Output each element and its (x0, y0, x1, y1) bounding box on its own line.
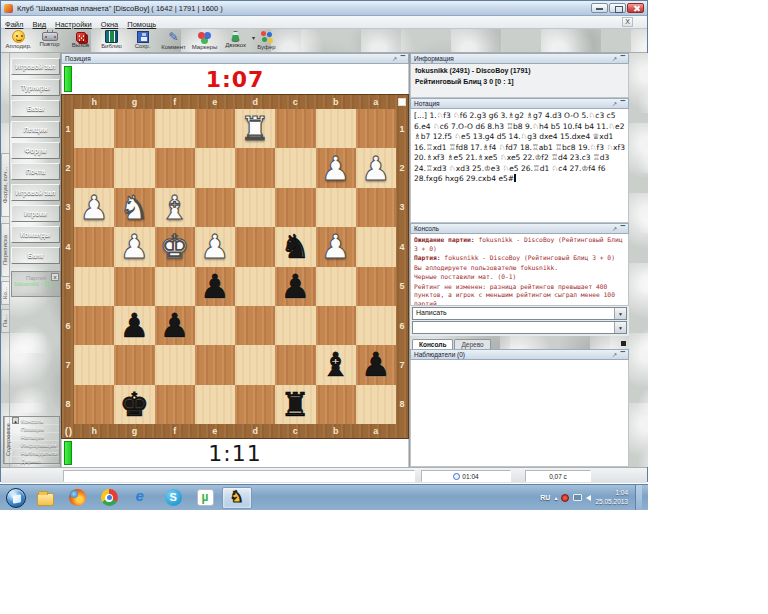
popout-icon[interactable]: ↗ (392, 56, 397, 62)
window-edge (629, 53, 648, 467)
rank-label-6: 6 (62, 306, 74, 345)
sidebar-buttons: Игровой залТурнирыБазыЛекцииФорумПочтаИг… (11, 58, 60, 268)
collapse-icon[interactable]: ▔ (620, 226, 625, 232)
sidebar-item[interactable]: Игровой зал (11, 58, 60, 75)
toolbar-button[interactable]: ✎Коммент (158, 30, 189, 50)
taskbar-time: 1:04 (595, 489, 628, 497)
flip-board-icon[interactable]: ( ) (65, 426, 71, 437)
info-panel-header: Информация ↗▔ (410, 53, 629, 64)
close-button[interactable] (627, 3, 644, 13)
status-move-time: 0,07 с (525, 470, 591, 482)
sidebar-item[interactable]: Лекции (11, 121, 60, 138)
square-f2[interactable] (155, 148, 195, 187)
rank-label-5: 5 (396, 267, 408, 306)
console-text: fokusnikk - DiscoBoy (Рейтинговый Блиц 3… (441, 254, 615, 261)
b-pawn-c5: ♟ (281, 270, 311, 303)
square-h2[interactable] (74, 148, 114, 187)
taskbar-clock[interactable]: 1:04 25.05.2013 (595, 489, 628, 506)
square-a3[interactable] (356, 188, 396, 227)
rank-label-8: 8 (62, 385, 74, 424)
utorrent-taskbar-button[interactable] (190, 487, 220, 509)
right-panel: Информация ↗▔ fokusnikk (2491) - DiscoBo… (409, 53, 629, 467)
main-area: Форум, поч...ПерепискаКо...Па...Игровой … (1, 53, 647, 467)
sidebar: Форум, поч...ПерепискаКо...Па...Игровой … (1, 53, 61, 467)
skype-taskbar-button[interactable] (158, 487, 188, 509)
language-indicator[interactable]: RU (540, 494, 550, 501)
square-e6[interactable] (195, 306, 235, 345)
b-rook-c8: ♜ (281, 388, 311, 421)
square-d4[interactable] (235, 227, 275, 266)
file-label-h: h (74, 95, 114, 109)
status-timer-value: 01:04 (462, 473, 478, 480)
square-a2[interactable]: ♟ (356, 148, 396, 187)
square-e1[interactable] (195, 109, 235, 148)
rank-label-3: 3 (62, 188, 74, 227)
square-b4[interactable]: ♟ (316, 227, 356, 266)
popout-icon[interactable]: ↗ (612, 226, 617, 232)
board-corner (396, 95, 408, 109)
side-tab[interactable]: Форум, поч... (1, 153, 10, 217)
square-h6[interactable] (74, 306, 114, 345)
sidebar-side-tabs: Форум, поч...ПерепискаКо...Па... (1, 53, 10, 467)
sidebar-item[interactable]: Турниры (11, 79, 60, 96)
square-a1[interactable] (356, 109, 396, 148)
square-d5[interactable] (235, 267, 275, 306)
square-g1[interactable] (114, 109, 154, 148)
square-d3[interactable] (235, 188, 275, 227)
notation-panel-header: Нотация ↗▔ (410, 98, 629, 109)
square-f8[interactable] (155, 385, 195, 424)
chat-input-secondary[interactable] (412, 321, 627, 334)
file-label-a: a (356, 95, 396, 109)
console-line: Ожидание партии: fokusnikk - DiscoBoy (Р… (414, 236, 625, 253)
rank-label-2: 2 (396, 148, 408, 187)
chat-input[interactable]: Написать (412, 307, 627, 320)
square-a7[interactable]: ♟ (356, 345, 396, 384)
bottom-clock-area: 1:11 (61, 439, 409, 467)
sidebar-item[interactable]: Команды (11, 226, 60, 243)
square-g6[interactable]: ♟ (114, 306, 154, 345)
console-line: Вы аплодируете пользователю fokusnikk. (414, 264, 625, 273)
console-text: Вы аплодируете пользователю fokusnikk. (414, 264, 558, 271)
tray-alert-icon[interactable] (561, 494, 569, 502)
w-pawn-a2: ♟ (361, 152, 391, 185)
rank-label-1: 1 (62, 109, 74, 148)
square-c7[interactable] (275, 345, 315, 384)
w-pawn-b4: ♟ (321, 230, 351, 263)
square-e4[interactable]: ♟ (195, 227, 235, 266)
status-timer: 01:04 (421, 470, 511, 482)
menu-item[interactable]: Помощь (127, 20, 156, 29)
w-pawn-g4: ♟ (120, 230, 150, 263)
chat-input-value: Написать (416, 309, 447, 316)
file-label-d: d (235, 424, 275, 438)
console-line: Рейтинг не изменен: разница рейтингов пр… (414, 283, 625, 307)
rank-label-2: 2 (62, 148, 74, 187)
square-c3[interactable] (275, 188, 315, 227)
square-e2[interactable] (195, 148, 235, 187)
collapse-icon[interactable]: ▔ (620, 352, 625, 358)
b-pawn-f6: ♟ (160, 309, 190, 342)
square-f7[interactable] (155, 345, 195, 384)
toolbar-button[interactable]: Вызов (65, 30, 96, 48)
chevron-down-icon[interactable] (614, 322, 626, 333)
sidebar-item[interactable]: Игровой зал (11, 184, 60, 201)
collapse-icon[interactable]: ▔ (400, 56, 405, 62)
tab-overflow-icon[interactable] (621, 341, 626, 346)
console-line: Черные поставили мат. (0-1) (414, 273, 625, 282)
popout-icon[interactable]: ↗ (612, 352, 617, 358)
square-c1[interactable] (275, 109, 315, 148)
square-e5[interactable]: ♟ (195, 267, 235, 306)
contents-item[interactable]: Наблюдатели (12, 449, 59, 457)
side-tab[interactable]: Па... (1, 309, 10, 333)
file-label-a: a (356, 424, 396, 438)
chess-app-taskbar-button[interactable] (222, 487, 252, 509)
screen: Клуб "Шахматная планета" [DiscoBoy] ( 16… (0, 0, 768, 614)
notation-panel-title: Нотация (414, 100, 440, 107)
chess-board: hgfedcba1♜12♟♟23♟♞♝34♟♚♟♞♟45♟♟56♟♟67♝♟78… (61, 94, 409, 439)
toolbar-button-label: Сохр. (127, 43, 158, 49)
square-a6[interactable] (356, 306, 396, 345)
utorrent-icon (197, 489, 214, 506)
square-g7[interactable] (114, 345, 154, 384)
w-rook-d1: ♜ (240, 112, 270, 145)
menubar-close-button[interactable]: X (622, 17, 633, 27)
tab-console[interactable]: Консоль (412, 339, 453, 349)
square-e7[interactable] (195, 345, 235, 384)
chevron-down-icon[interactable] (614, 308, 626, 319)
system-tray: RU ▴ 1:04 25.05.2013 (540, 485, 646, 510)
clock-icon (453, 473, 460, 480)
minimize-button[interactable] (591, 3, 608, 13)
info-panel-title: Информация (414, 55, 454, 62)
rank-label-8: 8 (396, 385, 408, 424)
chess-app-icon (229, 489, 246, 506)
w-king-f4: ♚ (160, 230, 190, 263)
b-pawn-g6: ♟ (120, 309, 150, 342)
taskbar-date: 25.05.2013 (595, 498, 628, 506)
console-text: Партия: (414, 254, 441, 261)
contents-item[interactable]: Позиция (12, 425, 59, 433)
console-line: Партия: fokusnikk - DiscoBoy (Рейтинговы… (414, 254, 625, 263)
rank-label-7: 7 (62, 345, 74, 384)
ie-taskbar-button[interactable] (126, 487, 156, 509)
rank-label-6: 6 (396, 306, 408, 345)
popout-icon[interactable]: ↗ (612, 56, 617, 62)
square-f5[interactable] (155, 267, 195, 306)
console-panel-header: Консоль ↗▔ (410, 223, 629, 234)
contents-box: Содержимое▴КонсольПозицияНотацияИнформац… (3, 416, 60, 464)
square-e3[interactable] (195, 188, 235, 227)
square-d8[interactable] (235, 385, 275, 424)
file-label-b: b (316, 95, 356, 109)
rank-label-4: 4 (396, 227, 408, 266)
sidebar-item[interactable]: Форум (11, 142, 60, 159)
status-bar: 01:04 0,07 с (1, 467, 647, 483)
square-c6[interactable] (275, 306, 315, 345)
books-icon (105, 30, 118, 43)
toolbar-button[interactable]: Сохр. (127, 30, 158, 49)
contents-item[interactable]: Консоль (12, 417, 59, 425)
dice-icon (76, 32, 86, 42)
console-log[interactable]: Ожидание партии: fokusnikk - DiscoBoy (Р… (410, 234, 629, 306)
file-label-h: h (74, 424, 114, 438)
toolbar-button-label: Коммент (158, 44, 189, 50)
b-knight-c4: ♞ (281, 230, 311, 263)
w-bishop-f3: ♝ (160, 191, 190, 224)
flask-icon (231, 31, 240, 42)
menu-item[interactable]: Настройки (55, 20, 92, 29)
toolbar: Аплодир.ПовторВызовБиблиоСохр.✎КомментМа… (1, 29, 647, 53)
file-label-b: b (316, 424, 356, 438)
notation-moves[interactable]: [...] 1.♘f3 ♘f6 2.g3 g6 3.♗g2 ♗g7 4.d3 O… (410, 109, 629, 223)
toolbar-button-label: Вызов (65, 42, 96, 48)
square-h7[interactable] (74, 345, 114, 384)
console-text: Рейтинг не изменен: разница рейтингов пр… (414, 283, 615, 307)
square-b8[interactable] (316, 385, 356, 424)
square-c4[interactable]: ♞ (275, 227, 315, 266)
square-g4[interactable]: ♟ (114, 227, 154, 266)
rank-label-3: 3 (396, 188, 408, 227)
square-a8[interactable] (356, 385, 396, 424)
square-b2[interactable]: ♟ (316, 148, 356, 187)
console-text: Черные поставили мат. (0-1) (414, 273, 516, 280)
file-label-f: f (155, 95, 195, 109)
menu-bar: ФайлВидНастройкиОкнаПомощь X (1, 16, 647, 29)
file-label-e: e (195, 424, 235, 438)
file-label-d: d (235, 95, 275, 109)
square-d2[interactable] (235, 148, 275, 187)
toolbar-button[interactable]: Аплодир. (3, 30, 34, 49)
board-corner: ( ) (62, 424, 74, 438)
explorer-icon (37, 493, 54, 506)
square-f1[interactable] (155, 109, 195, 148)
square-h1[interactable] (74, 109, 114, 148)
b-pawn-e5: ♟ (200, 270, 230, 303)
toolbar-button-label: Маркеры (189, 44, 220, 50)
square-h8[interactable] (74, 385, 114, 424)
b-pawn-a7: ♟ (361, 348, 391, 381)
square-c8[interactable]: ♜ (275, 385, 315, 424)
hidden-icons-arrow[interactable]: ▴ (554, 494, 557, 501)
top-clock: 1:07 (62, 64, 408, 94)
rank-label-7: 7 (396, 345, 408, 384)
b-king-g8: ♚ (120, 388, 150, 421)
w-pawn-b2: ♟ (321, 152, 351, 185)
scroll-up-icon[interactable]: ▴ (12, 417, 19, 424)
toolbar-button-label: Буфер (251, 44, 282, 50)
square-g8[interactable]: ♚ (114, 385, 154, 424)
info-panel-content: fokusnikk (2491) - DiscoBoy (1791) Рейти… (410, 64, 629, 98)
toolbar-button-label: Повтор (34, 41, 65, 47)
w-pawn-e4: ♟ (200, 230, 230, 263)
bottom-clock: 1:11 (62, 439, 408, 467)
toolbar-button[interactable]: Буфер (251, 30, 282, 50)
square-a5[interactable] (356, 267, 396, 306)
file-label-g: g (114, 424, 154, 438)
square-b1[interactable] (316, 109, 356, 148)
colors-icon (197, 30, 213, 44)
square-b6[interactable] (316, 306, 356, 345)
square-d1[interactable]: ♜ (235, 109, 275, 148)
square-c2[interactable] (275, 148, 315, 187)
board-corner (396, 424, 408, 438)
app-icon (4, 4, 13, 13)
game-tab-label: fokusnikk - Dis... (14, 281, 58, 287)
console-panel-title: Консоль (414, 225, 439, 232)
status-move-time-value: 0,07 с (549, 473, 567, 480)
contents-item[interactable]: Дерево (12, 457, 59, 465)
gamepad-icon (42, 32, 58, 41)
tab-tree[interactable]: Дерево (454, 339, 490, 349)
square-f6[interactable]: ♟ (155, 306, 195, 345)
square-c5[interactable]: ♟ (275, 267, 315, 306)
move-list-text: [...] 1.♘f3 ♘f6 2.g3 g6 3.♗g2 ♗g7 4.d3 O… (414, 111, 625, 183)
square-d7[interactable] (235, 345, 275, 384)
skype-icon (165, 489, 182, 506)
puzzle-icon (259, 30, 275, 44)
collapse-icon[interactable]: ▔ (620, 101, 625, 107)
observers-panel-title: Наблюдатели (0) (414, 351, 465, 358)
tray-volume-icon[interactable] (586, 495, 591, 501)
toolbar-button-label: Движок (220, 42, 251, 48)
menu-item[interactable]: Окна (101, 20, 118, 29)
square-g3[interactable]: ♞ (114, 188, 154, 227)
explorer-taskbar-button[interactable] (30, 487, 60, 509)
board-corner (62, 95, 74, 109)
square-h3[interactable]: ♟ (74, 188, 114, 227)
square-h5[interactable] (74, 267, 114, 306)
toolbar-button[interactable]: Движок▾ (220, 30, 251, 48)
status-cell-empty (63, 470, 415, 482)
contents-item[interactable]: Нотация (12, 433, 59, 441)
game-tab[interactable]: xПартияfokusnikk - Dis... (11, 271, 61, 297)
close-game-tab-icon[interactable]: x (51, 273, 59, 281)
square-e8[interactable] (195, 385, 235, 424)
square-b7[interactable]: ♝ (316, 345, 356, 384)
show-desktop-button[interactable] (635, 485, 642, 510)
smiley-icon (12, 30, 25, 43)
firefox-icon (69, 489, 86, 506)
square-h4[interactable] (74, 227, 114, 266)
floppy-icon (137, 31, 149, 43)
square-b5[interactable] (316, 267, 356, 306)
chrome-icon (101, 489, 118, 506)
sidebar-item[interactable]: Игроки (11, 205, 60, 222)
observers-panel-header: Наблюдатели (0) ↗▔ (410, 349, 629, 360)
sidebar-item[interactable]: Банк (11, 247, 60, 264)
popout-icon[interactable]: ↗ (612, 101, 617, 107)
sidebar-item[interactable]: Базы (11, 100, 60, 117)
menu-item[interactable]: Файл (5, 20, 23, 29)
toolbar-button-label: Аплодир. (3, 43, 34, 49)
event-line: Рейтинговый Блиц 3 0 [0 : 1] (415, 78, 624, 85)
toolbar-button[interactable]: Повтор (34, 30, 65, 47)
rank-label-5: 5 (62, 267, 74, 306)
collapse-icon[interactable]: ▔ (620, 56, 625, 62)
text-cursor (514, 174, 516, 182)
file-label-e: e (195, 95, 235, 109)
taskbar: RU ▴ 1:04 25.05.2013 (0, 484, 648, 510)
white-to-move-indicator (398, 98, 406, 106)
file-label-g: g (114, 95, 154, 109)
firefox-taskbar-button[interactable] (62, 487, 92, 509)
b-bishop-b7: ♝ (321, 348, 351, 381)
side-tab[interactable]: Ко... (1, 281, 10, 305)
square-g2[interactable] (114, 148, 154, 187)
toolbar-button-label: Библио (96, 43, 127, 49)
square-f4[interactable]: ♚ (155, 227, 195, 266)
maximize-button[interactable] (609, 3, 626, 13)
console-tabs: Консоль Дерево (410, 336, 629, 349)
observers-list[interactable] (410, 360, 629, 467)
tray-network-icon[interactable] (573, 494, 582, 501)
board-panel: Позиция ↗▔ 1:07 hgfedcba1♜12♟♟23♟♞♝34♟♚♟… (61, 53, 409, 467)
w-knight-g3: ♞ (120, 191, 150, 224)
file-label-c: c (275, 95, 315, 109)
square-b3[interactable] (316, 188, 356, 227)
top-clock-area: 1:07 (61, 64, 409, 94)
app-window: Клуб "Шахматная планета" [DiscoBoy] ( 16… (0, 0, 648, 482)
contents-list: ▴КонсольПозицияНотацияИнформацияНаблюдат… (12, 417, 59, 463)
square-f3[interactable]: ♝ (155, 188, 195, 227)
start-button[interactable] (6, 488, 26, 508)
toolbar-button[interactable]: Маркеры (189, 30, 220, 50)
rank-label-1: 1 (396, 109, 408, 148)
window-title: Клуб "Шахматная планета" [DiscoBoy] ( 16… (17, 4, 591, 13)
chrome-taskbar-button[interactable] (94, 487, 124, 509)
sidebar-item[interactable]: Почта (11, 163, 60, 180)
w-pawn-h3: ♟ (79, 191, 109, 224)
file-label-c: c (275, 424, 315, 438)
contents-box-title: Содержимое (4, 417, 12, 463)
pencil-icon: ✎ (166, 30, 182, 44)
toolbar-button[interactable]: Библио (96, 30, 127, 49)
position-panel-header: Позиция ↗▔ (61, 53, 409, 64)
ie-icon (133, 489, 150, 506)
contents-item[interactable]: Информация (12, 441, 59, 449)
rank-label-4: 4 (62, 227, 74, 266)
position-panel-title: Позиция (65, 55, 91, 62)
menu-item[interactable]: Вид (32, 20, 46, 29)
side-tab[interactable]: Переписка (1, 223, 10, 277)
file-label-f: f (155, 424, 195, 438)
console-text: Ожидание партии: (414, 236, 475, 243)
square-g5[interactable] (114, 267, 154, 306)
players-line: fokusnikk (2491) - DiscoBoy (1791) (415, 67, 624, 74)
square-a4[interactable] (356, 227, 396, 266)
square-d6[interactable] (235, 306, 275, 345)
